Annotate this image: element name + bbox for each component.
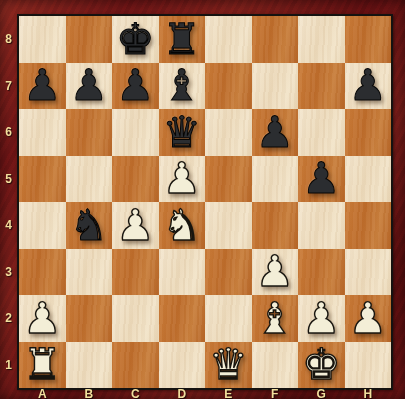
piece-white-pawn: ♟ bbox=[302, 297, 341, 340]
square-h2[interactable]: ♟ bbox=[345, 295, 392, 342]
piece-black-pawn: ♟ bbox=[348, 64, 387, 107]
square-b2[interactable] bbox=[66, 295, 113, 342]
piece-black-pawn: ♟ bbox=[116, 64, 155, 107]
square-e7[interactable] bbox=[205, 63, 252, 110]
square-g8[interactable] bbox=[298, 16, 345, 63]
piece-black-king: ♚ bbox=[116, 18, 155, 61]
square-g5[interactable]: ♟ bbox=[298, 156, 345, 203]
piece-white-rook: ♜ bbox=[23, 343, 62, 386]
square-c2[interactable] bbox=[112, 295, 159, 342]
square-b8[interactable] bbox=[66, 16, 113, 63]
file-label-e: E bbox=[205, 388, 252, 399]
square-e4[interactable] bbox=[205, 202, 252, 249]
square-g2[interactable]: ♟ bbox=[298, 295, 345, 342]
square-g6[interactable] bbox=[298, 109, 345, 156]
piece-white-pawn: ♟ bbox=[162, 157, 201, 200]
square-h6[interactable] bbox=[345, 109, 392, 156]
square-b1[interactable] bbox=[66, 342, 113, 389]
file-label-c: C bbox=[112, 388, 159, 399]
piece-black-rook: ♜ bbox=[162, 18, 201, 61]
rank-label-2: 2 bbox=[0, 295, 17, 342]
piece-black-pawn: ♟ bbox=[255, 111, 294, 154]
square-d6[interactable]: ♛ bbox=[159, 109, 206, 156]
square-d1[interactable] bbox=[159, 342, 206, 389]
rank-label-1: 1 bbox=[0, 342, 17, 389]
square-h4[interactable] bbox=[345, 202, 392, 249]
square-c6[interactable] bbox=[112, 109, 159, 156]
piece-white-pawn: ♟ bbox=[23, 297, 62, 340]
square-b7[interactable]: ♟ bbox=[66, 63, 113, 110]
file-label-h: H bbox=[345, 388, 392, 399]
square-d2[interactable] bbox=[159, 295, 206, 342]
square-g4[interactable] bbox=[298, 202, 345, 249]
square-e3[interactable] bbox=[205, 249, 252, 296]
rank-label-5: 5 bbox=[0, 156, 17, 203]
square-f6[interactable]: ♟ bbox=[252, 109, 299, 156]
square-c1[interactable] bbox=[112, 342, 159, 389]
square-h5[interactable] bbox=[345, 156, 392, 203]
square-c3[interactable] bbox=[112, 249, 159, 296]
square-f3[interactable]: ♟ bbox=[252, 249, 299, 296]
square-h1[interactable] bbox=[345, 342, 392, 389]
square-a3[interactable] bbox=[19, 249, 66, 296]
square-c4[interactable]: ♟ bbox=[112, 202, 159, 249]
rank-labels: 87654321 bbox=[0, 16, 17, 388]
rank-label-7: 7 bbox=[0, 63, 17, 110]
square-e1[interactable]: ♛ bbox=[205, 342, 252, 389]
piece-white-pawn: ♟ bbox=[255, 250, 294, 293]
piece-white-pawn: ♟ bbox=[116, 204, 155, 247]
square-d8[interactable]: ♜ bbox=[159, 16, 206, 63]
square-e6[interactable] bbox=[205, 109, 252, 156]
square-d3[interactable] bbox=[159, 249, 206, 296]
square-f5[interactable] bbox=[252, 156, 299, 203]
piece-white-pawn: ♟ bbox=[348, 297, 387, 340]
square-g7[interactable] bbox=[298, 63, 345, 110]
square-f8[interactable] bbox=[252, 16, 299, 63]
square-d4[interactable]: ♞ bbox=[159, 202, 206, 249]
piece-white-knight: ♞ bbox=[162, 204, 201, 247]
square-a2[interactable]: ♟ bbox=[19, 295, 66, 342]
piece-white-bishop: ♝ bbox=[255, 297, 294, 340]
piece-black-pawn: ♟ bbox=[23, 64, 62, 107]
square-f4[interactable] bbox=[252, 202, 299, 249]
file-labels: ABCDEFGH bbox=[19, 388, 391, 399]
file-label-a: A bbox=[19, 388, 66, 399]
file-label-b: B bbox=[66, 388, 113, 399]
square-b6[interactable] bbox=[66, 109, 113, 156]
square-h7[interactable]: ♟ bbox=[345, 63, 392, 110]
file-label-g: G bbox=[298, 388, 345, 399]
square-g1[interactable]: ♚ bbox=[298, 342, 345, 389]
square-c7[interactable]: ♟ bbox=[112, 63, 159, 110]
chess-board: ♚♜♟♟♟♝♟♛♟♟♟♞♟♞♟♟♝♟♟♜♛♚ bbox=[17, 14, 393, 390]
square-a1[interactable]: ♜ bbox=[19, 342, 66, 389]
square-g3[interactable] bbox=[298, 249, 345, 296]
square-c8[interactable]: ♚ bbox=[112, 16, 159, 63]
piece-black-bishop: ♝ bbox=[162, 64, 201, 107]
file-label-d: D bbox=[159, 388, 206, 399]
piece-white-queen: ♛ bbox=[209, 343, 248, 386]
square-b4[interactable]: ♞ bbox=[66, 202, 113, 249]
square-e8[interactable] bbox=[205, 16, 252, 63]
square-a5[interactable] bbox=[19, 156, 66, 203]
square-e2[interactable] bbox=[205, 295, 252, 342]
piece-black-pawn: ♟ bbox=[69, 64, 108, 107]
square-b3[interactable] bbox=[66, 249, 113, 296]
square-d7[interactable]: ♝ bbox=[159, 63, 206, 110]
square-f1[interactable] bbox=[252, 342, 299, 389]
rank-label-6: 6 bbox=[0, 109, 17, 156]
piece-black-pawn: ♟ bbox=[302, 157, 341, 200]
file-label-f: F bbox=[252, 388, 299, 399]
square-a4[interactable] bbox=[19, 202, 66, 249]
rank-label-4: 4 bbox=[0, 202, 17, 249]
rank-label-8: 8 bbox=[0, 16, 17, 63]
chess-board-window: 87654321 ♚♜♟♟♟♝♟♛♟♟♟♞♟♞♟♟♝♟♟♜♛♚ ABCDEFGH bbox=[0, 0, 405, 399]
square-e5[interactable] bbox=[205, 156, 252, 203]
square-f7[interactable] bbox=[252, 63, 299, 110]
piece-white-king: ♚ bbox=[302, 343, 341, 386]
square-d5[interactable]: ♟ bbox=[159, 156, 206, 203]
square-f2[interactable]: ♝ bbox=[252, 295, 299, 342]
square-c5[interactable] bbox=[112, 156, 159, 203]
rank-label-3: 3 bbox=[0, 249, 17, 296]
square-a8[interactable] bbox=[19, 16, 66, 63]
square-h3[interactable] bbox=[345, 249, 392, 296]
piece-black-queen: ♛ bbox=[162, 111, 201, 154]
square-b5[interactable] bbox=[66, 156, 113, 203]
square-a6[interactable] bbox=[19, 109, 66, 156]
square-h8[interactable] bbox=[345, 16, 392, 63]
square-a7[interactable]: ♟ bbox=[19, 63, 66, 110]
piece-black-knight: ♞ bbox=[69, 204, 108, 247]
